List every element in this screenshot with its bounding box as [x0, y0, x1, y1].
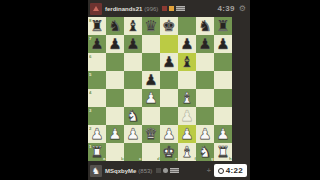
rank-label: 7 — [89, 36, 91, 40]
square-g5[interactable] — [196, 71, 214, 89]
clock-icon — [218, 168, 224, 174]
square-e4[interactable] — [160, 89, 178, 107]
square-h4[interactable] — [214, 89, 232, 107]
piece-black-pawn[interactable]: ♟ — [124, 35, 142, 53]
piece-white-pawn[interactable]: ♟ — [178, 125, 196, 143]
square-c3[interactable]: ♞ — [124, 107, 142, 125]
piece-black-knight[interactable]: ♞ — [106, 17, 124, 35]
square-d6[interactable] — [142, 53, 160, 71]
chess-board: ♜8♞♝♛♚♞♜♟7♟♟♟♟♟6♟♝5♟4♟♝3♞♟♟2♟♟♛♟♟♟♟♜1abc… — [88, 17, 232, 161]
file-label: h — [229, 156, 232, 160]
square-d8[interactable]: ♛ — [142, 17, 160, 35]
square-e5[interactable] — [160, 71, 178, 89]
piece-white-pawn[interactable]: ♟ — [196, 125, 214, 143]
square-f8[interactable] — [178, 17, 196, 35]
square-a2[interactable]: ♟2 — [88, 125, 106, 143]
square-g1[interactable]: ♞g — [196, 143, 214, 161]
piece-white-pawn[interactable]: ♟ — [142, 89, 160, 107]
bottom-player-bar: ♞ MSqxbyMe (853) + 4:22 — [88, 161, 250, 180]
top-player-rating: (996) — [144, 6, 158, 12]
square-h2[interactable]: ♟ — [214, 125, 232, 143]
rank-label: 4 — [89, 90, 91, 94]
square-g6[interactable] — [196, 53, 214, 71]
square-g8[interactable]: ♞ — [196, 17, 214, 35]
square-c7[interactable]: ♟ — [124, 35, 142, 53]
square-d5[interactable]: ♟ — [142, 71, 160, 89]
piece-black-king[interactable]: ♚ — [160, 17, 178, 35]
bottom-player-avatar[interactable]: ♞ — [90, 165, 102, 177]
square-e8[interactable]: ♚ — [160, 17, 178, 35]
square-g3[interactable] — [196, 107, 214, 125]
square-c2[interactable]: ♟ — [124, 125, 142, 143]
yellow-flair-icon — [169, 6, 174, 11]
striped-flag-icon — [176, 6, 185, 11]
rank-label: 6 — [89, 54, 91, 58]
square-b7[interactable]: ♟ — [106, 35, 124, 53]
piece-black-bishop[interactable]: ♝ — [124, 17, 142, 35]
rank-label: 3 — [89, 108, 91, 112]
bottom-player-name[interactable]: MSqxbyMe — [105, 168, 136, 174]
piece-black-pawn[interactable]: ♟ — [178, 35, 196, 53]
square-c8[interactable]: ♝ — [124, 17, 142, 35]
piece-white-knight[interactable]: ♞ — [124, 107, 142, 125]
square-b5[interactable] — [106, 71, 124, 89]
square-b1[interactable]: b — [106, 143, 124, 161]
piece-black-pawn[interactable]: ♟ — [196, 35, 214, 53]
piece-black-pawn[interactable]: ♟ — [142, 71, 160, 89]
dark-flag-icon — [156, 168, 161, 173]
square-h1[interactable]: ♜h — [214, 143, 232, 161]
gray-flair-icon — [163, 168, 168, 173]
piece-white-queen[interactable]: ♛ — [142, 125, 160, 143]
bottom-player-clock: 4:22 — [214, 164, 247, 177]
piece-white-pawn[interactable]: ♟ — [214, 125, 232, 143]
top-player-bar: ferdinands21 (996) 4:39 ⚙ — [88, 0, 250, 17]
top-player-avatar[interactable] — [90, 3, 102, 15]
square-g4[interactable] — [196, 89, 214, 107]
square-a4[interactable]: 4 — [88, 89, 106, 107]
avatar-knight-icon: ♞ — [92, 165, 100, 177]
square-c4[interactable] — [124, 89, 142, 107]
settings-gear-icon[interactable]: ⚙ — [239, 4, 246, 13]
square-d7[interactable] — [142, 35, 160, 53]
rank-label: 2 — [89, 126, 91, 130]
video-frame: ferdinands21 (996) 4:39 ⚙ ♜8♞♝♛♚♞♜♟7♟♟♟♟… — [0, 0, 320, 180]
square-h6[interactable] — [214, 53, 232, 71]
top-player-name[interactable]: ferdinands21 — [105, 6, 142, 12]
avatar-logo-icon — [93, 6, 99, 11]
square-f4[interactable]: ♝ — [178, 89, 196, 107]
piece-black-knight[interactable]: ♞ — [196, 17, 214, 35]
piece-white-bishop[interactable]: ♝ — [178, 89, 196, 107]
bottom-player-clock-time: 4:22 — [226, 166, 243, 175]
square-a8[interactable]: ♜8 — [88, 17, 106, 35]
chess-app-panel: ferdinands21 (996) 4:39 ⚙ ♜8♞♝♛♚♞♜♟7♟♟♟♟… — [88, 0, 250, 180]
square-h7[interactable]: ♟ — [214, 35, 232, 53]
piece-black-pawn[interactable]: ♟ — [214, 35, 232, 53]
rank-label: 8 — [89, 18, 91, 22]
square-h3[interactable] — [214, 107, 232, 125]
square-e7[interactable] — [160, 35, 178, 53]
piece-white-pawn[interactable]: ♟ — [124, 125, 142, 143]
striped-flag-icon — [170, 168, 179, 173]
square-f5[interactable] — [178, 71, 196, 89]
piece-black-pawn[interactable]: ♟ — [106, 35, 124, 53]
square-e1[interactable]: ♚e — [160, 143, 178, 161]
square-e3[interactable] — [160, 107, 178, 125]
square-a6[interactable]: 6 — [88, 53, 106, 71]
square-a5[interactable]: 5 — [88, 71, 106, 89]
bottom-player-badges — [154, 168, 179, 173]
square-h5[interactable] — [214, 71, 232, 89]
piece-black-queen[interactable]: ♛ — [142, 17, 160, 35]
bottom-player-rating: (853) — [138, 168, 152, 174]
square-f7[interactable]: ♟ — [178, 35, 196, 53]
square-d4[interactable]: ♟ — [142, 89, 160, 107]
square-b8[interactable]: ♞ — [106, 17, 124, 35]
top-player-clock: 4:39 — [218, 4, 235, 13]
ghost-piece-pawn: ♟ — [178, 107, 196, 125]
rank-label: 1 — [89, 144, 91, 148]
square-d3[interactable] — [142, 107, 160, 125]
square-h8[interactable]: ♜ — [214, 17, 232, 35]
piece-white-bishop[interactable]: ♝ — [178, 143, 196, 161]
square-e2[interactable]: ♟ — [160, 125, 178, 143]
square-b2[interactable]: ♟ — [106, 125, 124, 143]
square-d1[interactable]: d — [142, 143, 160, 161]
piece-black-bishop[interactable]: ♝ — [178, 53, 196, 71]
square-c6[interactable] — [124, 53, 142, 71]
add-time-icon[interactable]: + — [207, 167, 211, 174]
red-flag-icon — [162, 6, 167, 11]
square-f6[interactable]: ♝ — [178, 53, 196, 71]
square-b3[interactable] — [106, 107, 124, 125]
square-b6[interactable] — [106, 53, 124, 71]
square-f2[interactable]: ♟ — [178, 125, 196, 143]
square-g7[interactable]: ♟ — [196, 35, 214, 53]
square-b4[interactable] — [106, 89, 124, 107]
piece-white-pawn[interactable]: ♟ — [160, 125, 178, 143]
piece-black-rook[interactable]: ♜ — [214, 17, 232, 35]
rank-label: 5 — [89, 72, 91, 76]
square-a7[interactable]: ♟7 — [88, 35, 106, 53]
square-a3[interactable]: 3 — [88, 107, 106, 125]
square-f1[interactable]: ♝f — [178, 143, 196, 161]
square-a1[interactable]: ♜1a — [88, 143, 106, 161]
square-f3[interactable]: ♟ — [178, 107, 196, 125]
square-c1[interactable]: c — [124, 143, 142, 161]
piece-white-pawn[interactable]: ♟ — [106, 125, 124, 143]
square-e6[interactable]: ♟ — [160, 53, 178, 71]
piece-black-pawn[interactable]: ♟ — [160, 53, 178, 71]
square-g2[interactable]: ♟ — [196, 125, 214, 143]
square-c5[interactable] — [124, 71, 142, 89]
top-player-badges — [160, 6, 185, 11]
square-d2[interactable]: ♛ — [142, 125, 160, 143]
